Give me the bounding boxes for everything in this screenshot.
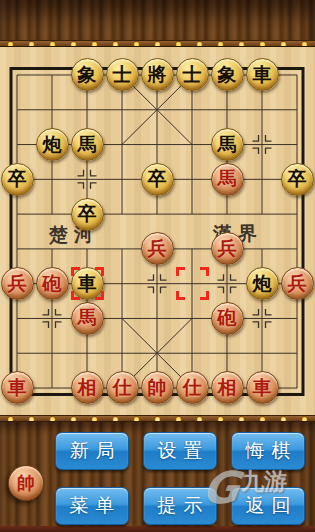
piece-disc: 仕 — [176, 371, 209, 404]
piece-disc: 車 — [246, 371, 279, 404]
piece-disc: 兵 — [1, 267, 34, 300]
piece-glyph: 象 — [78, 65, 97, 84]
xiangqi-app-screen: 楚河 漢界 象士將士象車炮馬馬卒卒馬卒卒兵兵兵砲車炮兵馬砲車相仕帥仕相車 帥 新… — [0, 0, 315, 532]
piece-disc: 炮 — [36, 128, 69, 161]
board-piece-red[interactable]: 馬 — [70, 301, 105, 336]
piece-glyph: 相 — [78, 378, 97, 397]
piece-glyph: 馬 — [218, 169, 237, 188]
board-piece-red[interactable]: 仕 — [105, 370, 140, 405]
board-piece-black[interactable]: 卒 — [70, 197, 105, 232]
piece-disc: 砲 — [36, 267, 69, 300]
piece-disc: 帥 — [141, 371, 174, 404]
piece-glyph: 仕 — [113, 378, 132, 397]
piece-glyph: 卒 — [8, 169, 27, 188]
piece-disc: 卒 — [141, 163, 174, 196]
piece-disc: 卒 — [1, 163, 34, 196]
board-piece-black[interactable]: 炮 — [35, 127, 70, 162]
board-piece-black[interactable]: 車 — [245, 58, 280, 93]
back-button[interactable]: 返回 — [231, 487, 305, 525]
piece-disc: 炮 — [246, 267, 279, 300]
turn-indicator-piece: 帥 — [8, 465, 44, 501]
piece-glyph: 兵 — [148, 239, 167, 258]
board-piece-red[interactable]: 車 — [245, 370, 280, 405]
piece-disc: 兵 — [211, 232, 244, 265]
piece-disc: 車 — [246, 58, 279, 91]
piece-glyph: 炮 — [43, 135, 62, 154]
board-piece-black[interactable]: 將 — [140, 58, 175, 93]
piece-disc: 卒 — [281, 163, 314, 196]
move-highlight — [70, 266, 105, 301]
piece-glyph: 兵 — [288, 274, 307, 293]
board-piece-red[interactable]: 砲 — [210, 301, 245, 336]
bottom-edge-strip — [0, 526, 315, 532]
board-piece-black[interactable]: 士 — [105, 58, 140, 93]
piece-glyph: 士 — [183, 65, 202, 84]
piece-disc: 相 — [71, 371, 104, 404]
piece-disc: 象 — [211, 58, 244, 91]
board-piece-red[interactable]: 兵 — [0, 266, 35, 301]
board-piece-black[interactable]: 馬 — [70, 127, 105, 162]
button-panel: 新局 设置 悔棋 菜单 提示 返回 — [55, 432, 305, 525]
hint-button[interactable]: 提示 — [143, 487, 217, 525]
piece-glyph: 士 — [113, 65, 132, 84]
board-piece-black[interactable]: 士 — [175, 58, 210, 93]
piece-disc: 車 — [1, 371, 34, 404]
board-piece-black[interactable]: 炮 — [245, 266, 280, 301]
piece-glyph: 卒 — [288, 169, 307, 188]
board-piece-red[interactable]: 相 — [210, 370, 245, 405]
piece-glyph: 馬 — [78, 135, 97, 154]
piece-glyph: 兵 — [218, 239, 237, 258]
piece-glyph: 砲 — [43, 274, 62, 293]
piece-glyph: 象 — [218, 65, 237, 84]
board-piece-red[interactable]: 相 — [70, 370, 105, 405]
piece-disc: 兵 — [281, 267, 314, 300]
board-piece-red[interactable]: 仕 — [175, 370, 210, 405]
board-piece-red[interactable]: 砲 — [35, 266, 70, 301]
piece-disc: 士 — [176, 58, 209, 91]
menu-button[interactable]: 菜单 — [55, 487, 129, 525]
piece-disc: 馬 — [211, 163, 244, 196]
piece-disc: 馬 — [71, 128, 104, 161]
board-piece-black[interactable]: 卒 — [0, 162, 35, 197]
piece-glyph: 兵 — [8, 274, 27, 293]
board-piece-black[interactable]: 馬 — [210, 127, 245, 162]
piece-disc: 砲 — [211, 302, 244, 335]
board-piece-red[interactable]: 兵 — [210, 231, 245, 266]
piece-disc: 卒 — [71, 198, 104, 231]
board-piece-red[interactable]: 兵 — [280, 266, 315, 301]
piece-glyph: 卒 — [148, 169, 167, 188]
piece-disc: 將 — [141, 58, 174, 91]
piece-disc: 馬 — [211, 128, 244, 161]
board-piece-black[interactable]: 象 — [210, 58, 245, 93]
piece-glyph: 卒 — [78, 204, 97, 223]
board-piece-black[interactable]: 卒 — [140, 162, 175, 197]
piece-glyph: 砲 — [218, 308, 237, 327]
board-piece-red[interactable]: 兵 — [140, 231, 175, 266]
piece-glyph: 炮 — [253, 274, 272, 293]
xiangqi-board[interactable]: 象士將士象車炮馬馬卒卒馬卒卒兵兵兵砲車炮兵馬砲車相仕帥仕相車 — [0, 58, 315, 406]
piece-disc: 士 — [106, 58, 139, 91]
piece-glyph: 帥 — [148, 378, 167, 397]
piece-disc: 馬 — [71, 302, 104, 335]
undo-button[interactable]: 悔棋 — [231, 432, 305, 470]
piece-glyph: 相 — [218, 378, 237, 397]
piece-glyph: 車 — [8, 378, 27, 397]
piece-glyph: 仕 — [183, 378, 202, 397]
turn-indicator-glyph: 帥 — [17, 474, 35, 492]
settings-button[interactable]: 设置 — [143, 432, 217, 470]
board-piece-black[interactable]: 卒 — [280, 162, 315, 197]
piece-glyph: 馬 — [78, 308, 97, 327]
board-piece-red[interactable]: 車 — [0, 370, 35, 405]
move-highlight — [175, 266, 210, 301]
piece-disc: 兵 — [141, 232, 174, 265]
piece-disc: 仕 — [106, 371, 139, 404]
piece-disc: 象 — [71, 58, 104, 91]
piece-glyph: 車 — [253, 378, 272, 397]
piece-glyph: 車 — [253, 65, 272, 84]
board-piece-red[interactable]: 馬 — [210, 162, 245, 197]
board-piece-red[interactable]: 帥 — [140, 370, 175, 405]
piece-glyph: 將 — [148, 65, 167, 84]
board-piece-black[interactable]: 象 — [70, 58, 105, 93]
new-game-button[interactable]: 新局 — [55, 432, 129, 470]
piece-disc: 相 — [211, 371, 244, 404]
piece-glyph: 馬 — [218, 135, 237, 154]
bottom-stud-rail — [0, 415, 315, 422]
